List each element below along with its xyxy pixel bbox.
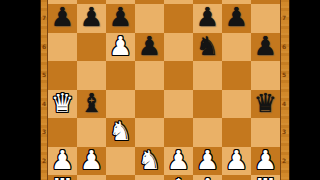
square-a4[interactable]: ♛	[48, 90, 77, 119]
square-c1[interactable]	[106, 175, 135, 180]
white-knight[interactable]: ♞	[138, 147, 161, 173]
black-pawn[interactable]: ♟	[80, 4, 103, 30]
square-e1[interactable]: ♚	[164, 175, 193, 180]
square-c5[interactable]	[106, 61, 135, 90]
square-g1[interactable]	[222, 175, 251, 180]
square-h4[interactable]: ♛	[251, 90, 280, 119]
white-pawn[interactable]: ♟	[109, 33, 132, 59]
square-b7[interactable]: ♟	[77, 4, 106, 33]
black-pawn[interactable]: ♟	[51, 4, 74, 30]
white-rook[interactable]: ♜	[51, 175, 74, 180]
square-c7[interactable]: ♟	[106, 4, 135, 33]
chess-board[interactable]: ♜♝♜♚♟♟♟♟♟♟♟♞♟♛♝♛♞♟♟♞♟♟♟♟♜♚♝♜	[48, 0, 280, 180]
black-knight[interactable]: ♞	[196, 33, 219, 59]
square-d6[interactable]: ♟	[135, 33, 164, 62]
white-bishop[interactable]: ♝	[196, 175, 219, 180]
square-b3[interactable]	[77, 118, 106, 147]
square-g6[interactable]	[222, 33, 251, 62]
black-bishop[interactable]: ♝	[80, 90, 103, 116]
white-king[interactable]: ♚	[167, 175, 190, 180]
square-b1[interactable]	[77, 175, 106, 180]
square-e5[interactable]	[164, 61, 193, 90]
square-e4[interactable]	[164, 90, 193, 119]
square-g7[interactable]: ♟	[222, 4, 251, 33]
black-pawn[interactable]: ♟	[138, 33, 161, 59]
square-d4[interactable]	[135, 90, 164, 119]
square-b4[interactable]: ♝	[77, 90, 106, 119]
white-pawn[interactable]: ♟	[196, 147, 219, 173]
square-c3[interactable]: ♞	[106, 118, 135, 147]
square-c6[interactable]: ♟	[106, 33, 135, 62]
square-f1[interactable]: ♝	[193, 175, 222, 180]
white-rook[interactable]: ♜	[254, 175, 277, 180]
white-queen[interactable]: ♛	[51, 90, 74, 116]
square-h5[interactable]	[251, 61, 280, 90]
square-g4[interactable]	[222, 90, 251, 119]
square-h7[interactable]	[251, 4, 280, 33]
black-pawn[interactable]: ♟	[196, 4, 219, 30]
square-e2[interactable]: ♟	[164, 147, 193, 176]
rank-label-6-right: 6	[280, 43, 288, 51]
white-pawn[interactable]: ♟	[254, 147, 277, 173]
square-c2[interactable]	[106, 147, 135, 176]
white-pawn[interactable]: ♟	[225, 147, 248, 173]
black-pawn[interactable]: ♟	[225, 4, 248, 30]
square-d5[interactable]	[135, 61, 164, 90]
square-f2[interactable]: ♟	[193, 147, 222, 176]
rank-label-3-left: 3	[40, 128, 48, 136]
square-d7[interactable]	[135, 4, 164, 33]
square-d1[interactable]	[135, 175, 164, 180]
rank-label-2-left: 2	[40, 157, 48, 165]
square-g2[interactable]: ♟	[222, 147, 251, 176]
rank-label-5-left: 5	[40, 71, 48, 79]
white-knight[interactable]: ♞	[109, 118, 132, 144]
black-pawn[interactable]: ♟	[254, 33, 277, 59]
square-f4[interactable]	[193, 90, 222, 119]
rank-label-7-left: 7	[40, 14, 48, 22]
rank-label-5-right: 5	[280, 71, 288, 79]
square-h3[interactable]	[251, 118, 280, 147]
rank-label-4-left: 4	[40, 100, 48, 108]
rank-label-4-right: 4	[280, 100, 288, 108]
square-g3[interactable]	[222, 118, 251, 147]
chess-app-window: ♜♝♜♚♟♟♟♟♟♟♟♞♟♛♝♛♞♟♟♞♟♟♟♟♜♚♝♜ 88776655443…	[0, 0, 320, 180]
square-c4[interactable]	[106, 90, 135, 119]
square-e6[interactable]	[164, 33, 193, 62]
black-queen[interactable]: ♛	[254, 90, 277, 116]
square-a5[interactable]	[48, 61, 77, 90]
square-b5[interactable]	[77, 61, 106, 90]
white-pawn[interactable]: ♟	[51, 147, 74, 173]
square-d2[interactable]: ♞	[135, 147, 164, 176]
square-a1[interactable]: ♜	[48, 175, 77, 180]
square-d3[interactable]	[135, 118, 164, 147]
square-f7[interactable]: ♟	[193, 4, 222, 33]
square-a6[interactable]	[48, 33, 77, 62]
square-f3[interactable]	[193, 118, 222, 147]
square-b2[interactable]: ♟	[77, 147, 106, 176]
square-b6[interactable]	[77, 33, 106, 62]
white-pawn[interactable]: ♟	[167, 147, 190, 173]
rank-label-2-right: 2	[280, 157, 288, 165]
square-f6[interactable]: ♞	[193, 33, 222, 62]
square-a7[interactable]: ♟	[48, 4, 77, 33]
rank-label-3-right: 3	[280, 128, 288, 136]
square-a3[interactable]	[48, 118, 77, 147]
white-pawn[interactable]: ♟	[80, 147, 103, 173]
square-h2[interactable]: ♟	[251, 147, 280, 176]
rank-label-6-left: 6	[40, 43, 48, 51]
black-pawn[interactable]: ♟	[109, 4, 132, 30]
square-h6[interactable]: ♟	[251, 33, 280, 62]
square-g5[interactable]	[222, 61, 251, 90]
square-h1[interactable]: ♜	[251, 175, 280, 180]
square-f5[interactable]	[193, 61, 222, 90]
square-e7[interactable]	[164, 4, 193, 33]
square-e3[interactable]	[164, 118, 193, 147]
rank-label-7-right: 7	[280, 14, 288, 22]
square-a2[interactable]: ♟	[48, 147, 77, 176]
